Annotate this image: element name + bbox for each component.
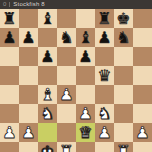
square-h6[interactable] bbox=[133, 47, 152, 66]
square-b4[interactable] bbox=[19, 85, 38, 104]
square-d4[interactable]: ♟ bbox=[57, 85, 76, 104]
square-d2[interactable] bbox=[57, 123, 76, 142]
white-rook: ♜ bbox=[114, 142, 133, 152]
square-c7[interactable] bbox=[38, 28, 57, 47]
square-g4[interactable] bbox=[114, 85, 133, 104]
white-pawn: ♟ bbox=[57, 85, 76, 104]
square-a7[interactable]: ♟ bbox=[0, 28, 19, 47]
square-e3[interactable]: ♟ bbox=[76, 104, 95, 123]
black-king: ♚ bbox=[114, 9, 133, 28]
square-g7[interactable]: ♞ bbox=[114, 28, 133, 47]
black-pawn: ♟ bbox=[95, 28, 114, 47]
square-a6[interactable] bbox=[0, 47, 19, 66]
square-d3[interactable] bbox=[57, 104, 76, 123]
square-d7[interactable]: ♞ bbox=[57, 28, 76, 47]
square-g5[interactable] bbox=[114, 66, 133, 85]
square-d8[interactable] bbox=[57, 9, 76, 28]
square-h7[interactable] bbox=[133, 28, 152, 47]
square-c5[interactable] bbox=[38, 66, 57, 85]
white-queen: ♛ bbox=[76, 123, 95, 142]
square-f8[interactable]: ♜ bbox=[95, 9, 114, 28]
square-d1[interactable]: ♜ bbox=[57, 142, 76, 152]
square-h1[interactable] bbox=[133, 142, 152, 152]
square-e1[interactable] bbox=[76, 142, 95, 152]
square-e5[interactable] bbox=[76, 66, 95, 85]
black-rook: ♜ bbox=[0, 9, 19, 28]
square-f6[interactable] bbox=[95, 47, 114, 66]
black-knight: ♞ bbox=[57, 28, 76, 47]
square-f5[interactable]: ♛ bbox=[95, 66, 114, 85]
square-c2[interactable] bbox=[38, 123, 57, 142]
square-b7[interactable]: ♟ bbox=[19, 28, 38, 47]
square-e6[interactable]: ♟ bbox=[76, 47, 95, 66]
engine-name: Stockfish 8 bbox=[13, 0, 45, 9]
square-a8[interactable]: ♜ bbox=[0, 9, 19, 28]
square-e7[interactable]: ♝ bbox=[76, 28, 95, 47]
black-pawn: ♟ bbox=[76, 47, 95, 66]
square-a5[interactable] bbox=[0, 66, 19, 85]
white-pawn: ♟ bbox=[95, 123, 114, 142]
square-g2[interactable] bbox=[114, 123, 133, 142]
square-b1[interactable] bbox=[19, 142, 38, 152]
square-g3[interactable] bbox=[114, 104, 133, 123]
square-e4[interactable] bbox=[76, 85, 95, 104]
engine-header: 0 Stockfish 8 bbox=[0, 0, 152, 9]
square-h8[interactable] bbox=[133, 9, 152, 28]
square-f2[interactable]: ♟ bbox=[95, 123, 114, 142]
white-pawn: ♟ bbox=[19, 123, 38, 142]
square-e8[interactable] bbox=[76, 9, 95, 28]
square-b5[interactable] bbox=[19, 66, 38, 85]
square-f1[interactable] bbox=[95, 142, 114, 152]
square-b2[interactable]: ♟ bbox=[19, 123, 38, 142]
square-b6[interactable] bbox=[19, 47, 38, 66]
square-h5[interactable] bbox=[133, 66, 152, 85]
square-c6[interactable]: ♟ bbox=[38, 47, 57, 66]
square-c8[interactable]: ♝ bbox=[38, 9, 57, 28]
white-bishop: ♝ bbox=[38, 85, 57, 104]
square-g8[interactable]: ♚ bbox=[114, 9, 133, 28]
square-f7[interactable]: ♟ bbox=[95, 28, 114, 47]
square-a1[interactable] bbox=[0, 142, 19, 152]
square-b3[interactable] bbox=[19, 104, 38, 123]
chess-board: ♜♝♜♚♟♟♞♝♟♞♟♟♛♝♟♞♟♞♟♟♛♟♟♚♜♜ bbox=[0, 9, 152, 152]
white-pawn: ♟ bbox=[0, 123, 19, 142]
white-pawn: ♟ bbox=[133, 123, 152, 142]
black-rook: ♜ bbox=[95, 9, 114, 28]
square-d5[interactable] bbox=[57, 66, 76, 85]
white-king: ♚ bbox=[38, 142, 57, 152]
black-bishop: ♝ bbox=[38, 9, 57, 28]
white-knight: ♞ bbox=[95, 104, 114, 123]
black-pawn: ♟ bbox=[0, 28, 19, 47]
chess-analysis-app: 0 Stockfish 8 ♜♝♜♚♟♟♞♝♟♞♟♟♛♝♟♞♟♞♟♟♛♟♟♚♜♜ bbox=[0, 0, 152, 152]
square-f3[interactable]: ♞ bbox=[95, 104, 114, 123]
square-b8[interactable] bbox=[19, 9, 38, 28]
black-queen: ♛ bbox=[95, 66, 114, 85]
black-pawn: ♟ bbox=[38, 47, 57, 66]
square-c3[interactable]: ♞ bbox=[38, 104, 57, 123]
square-c1[interactable]: ♚ bbox=[38, 142, 57, 152]
square-h3[interactable] bbox=[133, 104, 152, 123]
black-pawn: ♟ bbox=[19, 28, 38, 47]
square-g1[interactable]: ♜ bbox=[114, 142, 133, 152]
square-e2[interactable]: ♛ bbox=[76, 123, 95, 142]
white-rook: ♜ bbox=[57, 142, 76, 152]
white-knight: ♞ bbox=[38, 104, 57, 123]
black-bishop: ♝ bbox=[76, 28, 95, 47]
square-a3[interactable] bbox=[0, 104, 19, 123]
eval-score: 0 bbox=[3, 0, 6, 9]
square-h2[interactable]: ♟ bbox=[133, 123, 152, 142]
square-a4[interactable] bbox=[0, 85, 19, 104]
square-c4[interactable]: ♝ bbox=[38, 85, 57, 104]
square-a2[interactable]: ♟ bbox=[0, 123, 19, 142]
white-pawn: ♟ bbox=[76, 104, 95, 123]
black-knight: ♞ bbox=[114, 28, 133, 47]
square-h4[interactable] bbox=[133, 85, 152, 104]
square-f4[interactable] bbox=[95, 85, 114, 104]
square-d6[interactable] bbox=[57, 47, 76, 66]
header-divider bbox=[9, 2, 10, 7]
square-g6[interactable] bbox=[114, 47, 133, 66]
